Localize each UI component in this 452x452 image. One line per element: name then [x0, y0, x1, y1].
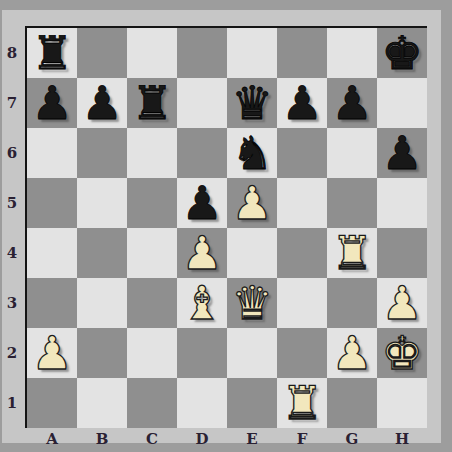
- file-label-f: F: [277, 428, 327, 450]
- square-c5[interactable]: [127, 178, 177, 228]
- square-b5[interactable]: [77, 178, 127, 228]
- square-f2[interactable]: [277, 328, 327, 378]
- rank-label-7: 7: [0, 78, 24, 128]
- piece-white-pawn-a2: ♟: [27, 328, 77, 378]
- piece-black-rook-c7: ♜: [127, 78, 177, 128]
- square-a5[interactable]: [27, 178, 77, 228]
- piece-white-pawn-h3: ♟: [377, 278, 427, 328]
- rank-label-4: 4: [0, 228, 24, 278]
- square-f4[interactable]: [277, 228, 327, 278]
- square-b2[interactable]: [77, 328, 127, 378]
- square-a2[interactable]: ♟: [27, 328, 77, 378]
- square-d2[interactable]: [177, 328, 227, 378]
- diagram-frame: 87654321 ♜♚♟♟♜♛♟♟♞♟♟♟♟♜♝♛♟♟♟♚♜ ABCDEFGH: [0, 0, 452, 452]
- square-h8[interactable]: ♚: [377, 28, 427, 78]
- square-c7[interactable]: ♜: [127, 78, 177, 128]
- rank-label-6: 6: [0, 128, 24, 178]
- square-g3[interactable]: [327, 278, 377, 328]
- square-e7[interactable]: ♛: [227, 78, 277, 128]
- square-e2[interactable]: [227, 328, 277, 378]
- piece-white-queen-e3: ♛: [227, 278, 277, 328]
- square-g8[interactable]: [327, 28, 377, 78]
- chess-board: ♜♚♟♟♜♛♟♟♞♟♟♟♟♜♝♛♟♟♟♚♜: [25, 26, 427, 428]
- piece-black-pawn-a7: ♟: [27, 78, 77, 128]
- square-f1[interactable]: ♜: [277, 378, 327, 428]
- square-f7[interactable]: ♟: [277, 78, 327, 128]
- piece-black-pawn-d5: ♟: [177, 178, 227, 228]
- square-e3[interactable]: ♛: [227, 278, 277, 328]
- square-c3[interactable]: [127, 278, 177, 328]
- square-h7[interactable]: [377, 78, 427, 128]
- piece-white-pawn-g2: ♟: [327, 328, 377, 378]
- piece-black-queen-e7: ♛: [227, 78, 277, 128]
- rank-label-5: 5: [0, 178, 24, 228]
- file-label-d: D: [177, 428, 227, 450]
- square-b7[interactable]: ♟: [77, 78, 127, 128]
- square-a1[interactable]: [27, 378, 77, 428]
- square-h6[interactable]: ♟: [377, 128, 427, 178]
- square-b3[interactable]: [77, 278, 127, 328]
- file-label-a: A: [27, 428, 77, 450]
- rank-label-1: 1: [0, 378, 24, 428]
- square-b1[interactable]: [77, 378, 127, 428]
- file-label-c: C: [127, 428, 177, 450]
- square-e8[interactable]: [227, 28, 277, 78]
- square-d7[interactable]: [177, 78, 227, 128]
- square-h4[interactable]: [377, 228, 427, 278]
- file-coordinates: ABCDEFGH: [27, 428, 427, 450]
- square-c2[interactable]: [127, 328, 177, 378]
- piece-black-pawn-g7: ♟: [327, 78, 377, 128]
- rank-coordinates: 87654321: [0, 28, 24, 428]
- square-a7[interactable]: ♟: [27, 78, 77, 128]
- rank-label-3: 3: [0, 278, 24, 328]
- square-a8[interactable]: ♜: [27, 28, 77, 78]
- square-e4[interactable]: [227, 228, 277, 278]
- square-d5[interactable]: ♟: [177, 178, 227, 228]
- square-g5[interactable]: [327, 178, 377, 228]
- square-a4[interactable]: [27, 228, 77, 278]
- piece-black-pawn-b7: ♟: [77, 78, 127, 128]
- piece-white-pawn-d4: ♟: [177, 228, 227, 278]
- square-g6[interactable]: [327, 128, 377, 178]
- square-h2[interactable]: ♚: [377, 328, 427, 378]
- square-d8[interactable]: [177, 28, 227, 78]
- piece-white-bishop-d3: ♝: [177, 278, 227, 328]
- file-label-h: H: [377, 428, 427, 450]
- square-d6[interactable]: [177, 128, 227, 178]
- square-d3[interactable]: ♝: [177, 278, 227, 328]
- file-label-e: E: [227, 428, 277, 450]
- piece-black-pawn-f7: ♟: [277, 78, 327, 128]
- piece-black-king-h8: ♚: [377, 28, 427, 78]
- square-d4[interactable]: ♟: [177, 228, 227, 278]
- square-e1[interactable]: [227, 378, 277, 428]
- piece-white-rook-f1: ♜: [277, 378, 327, 428]
- piece-white-rook-g4: ♜: [327, 228, 377, 278]
- square-h5[interactable]: [377, 178, 427, 228]
- file-label-b: B: [77, 428, 127, 450]
- square-c4[interactable]: [127, 228, 177, 278]
- square-f3[interactable]: [277, 278, 327, 328]
- square-h3[interactable]: ♟: [377, 278, 427, 328]
- piece-black-rook-a8: ♜: [27, 28, 77, 78]
- square-h1[interactable]: [377, 378, 427, 428]
- square-g1[interactable]: [327, 378, 377, 428]
- rank-label-8: 8: [0, 28, 24, 78]
- square-f5[interactable]: [277, 178, 327, 228]
- square-b8[interactable]: [77, 28, 127, 78]
- square-g2[interactable]: ♟: [327, 328, 377, 378]
- square-g4[interactable]: ♜: [327, 228, 377, 278]
- file-label-g: G: [327, 428, 377, 450]
- square-c1[interactable]: [127, 378, 177, 428]
- square-a6[interactable]: [27, 128, 77, 178]
- square-b6[interactable]: [77, 128, 127, 178]
- square-f8[interactable]: [277, 28, 327, 78]
- square-d1[interactable]: [177, 378, 227, 428]
- piece-white-king-h2: ♚: [377, 328, 427, 378]
- square-f6[interactable]: [277, 128, 327, 178]
- square-c8[interactable]: [127, 28, 177, 78]
- square-c6[interactable]: [127, 128, 177, 178]
- square-e5[interactable]: ♟: [227, 178, 277, 228]
- piece-black-pawn-h6: ♟: [377, 128, 427, 178]
- square-a3[interactable]: [27, 278, 77, 328]
- square-g7[interactable]: ♟: [327, 78, 377, 128]
- rank-label-2: 2: [0, 328, 24, 378]
- square-e6[interactable]: ♞: [227, 128, 277, 178]
- square-b4[interactable]: [77, 228, 127, 278]
- piece-black-knight-e6: ♞: [227, 128, 277, 178]
- piece-white-pawn-e5: ♟: [227, 178, 277, 228]
